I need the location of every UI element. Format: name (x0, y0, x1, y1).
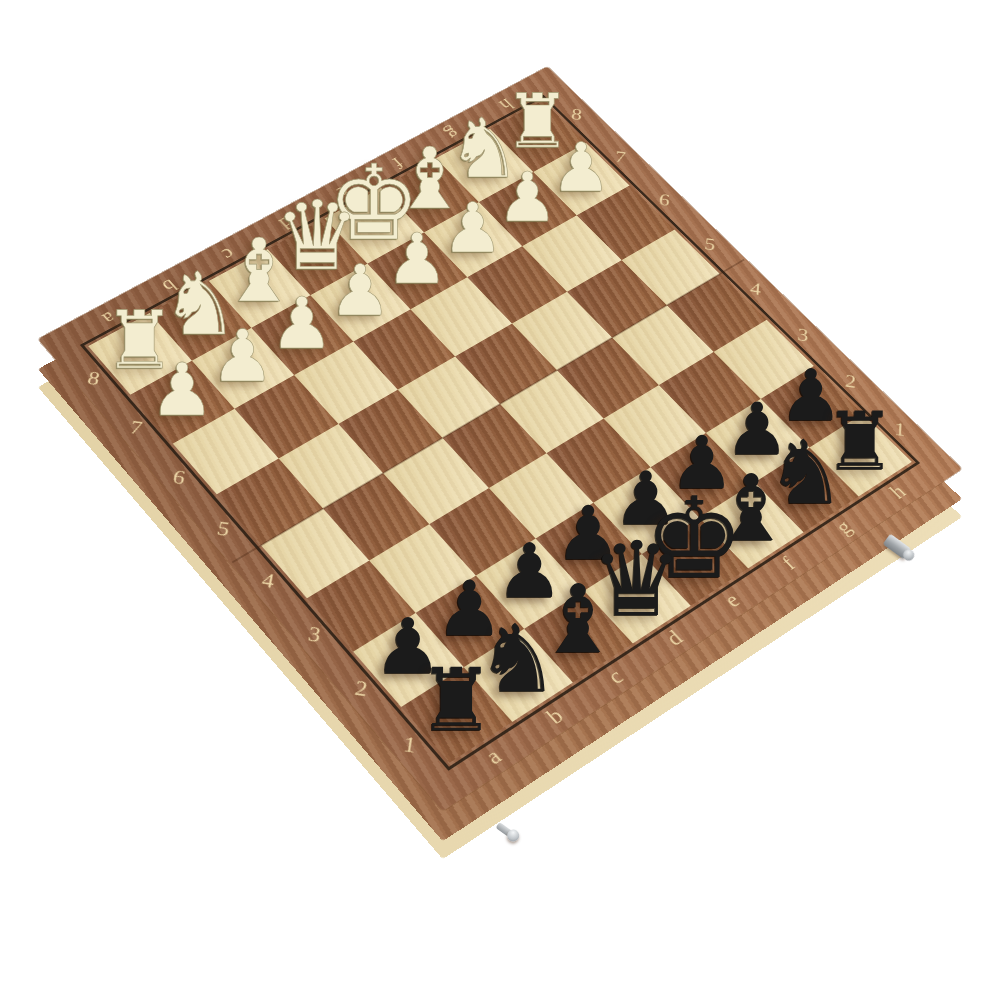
clasp-ball-icon (505, 827, 522, 844)
rank-label-right-5: 5 (704, 235, 716, 253)
clasp-hardware (495, 822, 512, 837)
file-label-near-b: b (542, 704, 567, 728)
rank-label-right-7: 7 (614, 148, 627, 165)
rank-label-right-1: 1 (894, 419, 906, 439)
file-label-near-a: a (481, 745, 505, 768)
rank-label-right-8: 8 (571, 106, 584, 123)
hinge-pin-icon (901, 547, 916, 562)
rank-label-left-7: 7 (128, 417, 144, 437)
rank-label-left-8: 8 (86, 369, 102, 389)
file-label-near-f: f (777, 553, 799, 573)
file-label-far-b: b (158, 276, 180, 295)
file-label-far-g: g (442, 124, 464, 142)
squares-grid (88, 100, 911, 762)
chess-board: abcdefgh abcdefgh 87654321 87654321 (38, 67, 962, 812)
file-label-far-h: h (495, 96, 517, 114)
file-label-near-h: h (885, 481, 909, 502)
rank-label-left-2: 2 (354, 677, 370, 700)
file-label-near-g: g (831, 516, 855, 537)
rank-label-right-4: 4 (750, 280, 762, 299)
chess-set-photo: abcdefgh abcdefgh 87654321 87654321 ♜♞♝♛… (0, 0, 1000, 1000)
rank-label-right-3: 3 (797, 325, 809, 344)
rank-label-right-6: 6 (658, 191, 670, 209)
rank-label-left-5: 5 (215, 518, 231, 539)
file-label-far-f: f (389, 154, 408, 171)
file-label-near-e: e (720, 589, 744, 611)
rank-label-left-3: 3 (307, 623, 323, 645)
rank-label-left-6: 6 (171, 467, 187, 488)
rank-label-left-1: 1 (402, 733, 418, 756)
file-label-far-a: a (98, 308, 119, 327)
file-label-far-e: e (332, 183, 353, 201)
file-label-near-c: c (603, 665, 627, 687)
file-label-near-d: d (662, 626, 687, 649)
rank-label-left-4: 4 (260, 570, 276, 592)
file-label-far-d: d (275, 213, 297, 232)
file-label-far-c: c (217, 245, 238, 264)
rank-label-right-2: 2 (845, 372, 857, 391)
